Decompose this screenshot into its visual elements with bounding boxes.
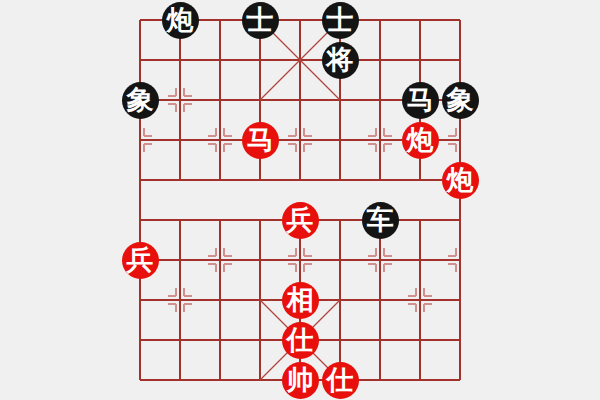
piece-black-horse[interactable]: 马 [402, 82, 439, 119]
xiangqi-board-page: 炮士士将象马象马炮炮兵车兵相仕帅仕 [0, 0, 600, 400]
piece-black-chariot[interactable]: 车 [362, 202, 399, 239]
piece-black-cannon[interactable]: 炮 [162, 2, 199, 39]
piece-black-advisor[interactable]: 士 [322, 2, 359, 39]
piece-black-elephant[interactable]: 象 [442, 82, 479, 119]
piece-red-horse[interactable]: 马 [242, 122, 279, 159]
piece-red-cannon[interactable]: 炮 [442, 162, 479, 199]
piece-red-cannon[interactable]: 炮 [402, 122, 439, 159]
piece-black-general[interactable]: 将 [322, 42, 359, 79]
piece-black-advisor[interactable]: 士 [242, 2, 279, 39]
piece-red-pawn[interactable]: 兵 [122, 242, 159, 279]
piece-red-advisor[interactable]: 仕 [322, 362, 359, 399]
piece-red-advisor[interactable]: 仕 [282, 322, 319, 359]
piece-red-general[interactable]: 帅 [282, 362, 319, 399]
piece-red-elephant[interactable]: 相 [282, 282, 319, 319]
piece-black-elephant[interactable]: 象 [122, 82, 159, 119]
piece-red-pawn[interactable]: 兵 [282, 202, 319, 239]
